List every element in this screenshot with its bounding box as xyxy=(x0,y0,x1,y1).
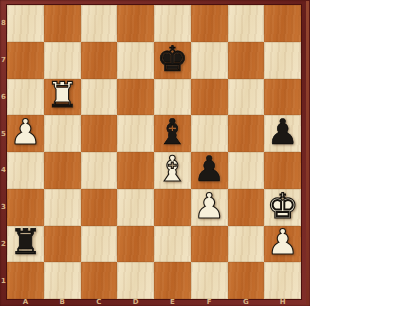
piece-white-pawn-f3[interactable]: ♟ xyxy=(193,189,224,224)
square-f1[interactable] xyxy=(191,262,228,299)
rank-label-2: 2 xyxy=(0,226,7,263)
file-label-E: E xyxy=(154,297,191,306)
square-d4[interactable] xyxy=(117,152,154,189)
piece-black-pawn-h5[interactable]: ♟ xyxy=(267,115,298,150)
square-g1[interactable] xyxy=(228,262,265,299)
square-d5[interactable] xyxy=(117,115,154,152)
square-h6[interactable] xyxy=(264,79,301,116)
square-g6[interactable] xyxy=(228,79,265,116)
square-e6[interactable] xyxy=(154,79,191,116)
square-c6[interactable] xyxy=(81,79,118,116)
square-f4[interactable]: ♟ xyxy=(191,152,228,189)
square-g2[interactable] xyxy=(228,226,265,263)
square-a8[interactable] xyxy=(7,5,44,42)
square-g4[interactable] xyxy=(228,152,265,189)
square-a3[interactable] xyxy=(7,189,44,226)
square-b5[interactable] xyxy=(44,115,81,152)
square-h4[interactable] xyxy=(264,152,301,189)
square-c8[interactable] xyxy=(81,5,118,42)
square-f2[interactable] xyxy=(191,226,228,263)
file-label-F: F xyxy=(191,297,228,306)
square-b2[interactable] xyxy=(44,226,81,263)
piece-white-bishop-e4[interactable]: ♝ xyxy=(157,152,188,187)
piece-black-rook-a2[interactable]: ♜ xyxy=(10,226,41,261)
square-c3[interactable] xyxy=(81,189,118,226)
piece-white-pawn-h2[interactable]: ♟ xyxy=(267,226,298,261)
square-e7[interactable]: ♚ xyxy=(154,42,191,79)
rank-label-1: 1 xyxy=(0,262,7,299)
square-h2[interactable]: ♟ xyxy=(264,226,301,263)
square-d8[interactable] xyxy=(117,5,154,42)
square-h8[interactable] xyxy=(264,5,301,42)
rank-label-7: 7 xyxy=(0,42,7,79)
square-d7[interactable] xyxy=(117,42,154,79)
square-h5[interactable]: ♟ xyxy=(264,115,301,152)
square-d6[interactable] xyxy=(117,79,154,116)
square-e3[interactable] xyxy=(154,189,191,226)
square-h7[interactable] xyxy=(264,42,301,79)
square-d2[interactable] xyxy=(117,226,154,263)
square-b1[interactable] xyxy=(44,262,81,299)
square-a5[interactable]: ♟ xyxy=(7,115,44,152)
square-f8[interactable] xyxy=(191,5,228,42)
rank-label-3: 3 xyxy=(0,189,7,226)
square-c7[interactable] xyxy=(81,42,118,79)
file-labels: ABCDEFGH xyxy=(7,297,301,306)
square-f7[interactable] xyxy=(191,42,228,79)
square-a7[interactable] xyxy=(7,42,44,79)
square-c1[interactable] xyxy=(81,262,118,299)
square-c5[interactable] xyxy=(81,115,118,152)
square-f3[interactable]: ♟ xyxy=(191,189,228,226)
square-a2[interactable]: ♜ xyxy=(7,226,44,263)
square-e2[interactable] xyxy=(154,226,191,263)
square-g7[interactable] xyxy=(228,42,265,79)
file-label-B: B xyxy=(44,297,81,306)
square-c4[interactable] xyxy=(81,152,118,189)
square-b3[interactable] xyxy=(44,189,81,226)
square-b8[interactable] xyxy=(44,5,81,42)
file-label-G: G xyxy=(228,297,265,306)
square-c2[interactable] xyxy=(81,226,118,263)
rank-label-5: 5 xyxy=(0,115,7,152)
square-a4[interactable] xyxy=(7,152,44,189)
piece-black-pawn-f4[interactable]: ♟ xyxy=(193,152,224,187)
square-f5[interactable] xyxy=(191,115,228,152)
square-e1[interactable] xyxy=(154,262,191,299)
rank-label-8: 8 xyxy=(0,5,7,42)
piece-white-pawn-a5[interactable]: ♟ xyxy=(10,115,41,150)
piece-black-bishop-e5[interactable]: ♝ xyxy=(157,115,188,150)
square-g5[interactable] xyxy=(228,115,265,152)
square-h1[interactable] xyxy=(264,262,301,299)
piece-white-rook-b6[interactable]: ♜ xyxy=(46,79,77,114)
file-label-A: A xyxy=(7,297,44,306)
square-f6[interactable] xyxy=(191,79,228,116)
square-d1[interactable] xyxy=(117,262,154,299)
piece-black-king-e7[interactable]: ♚ xyxy=(157,42,188,77)
square-e4[interactable]: ♝ xyxy=(154,152,191,189)
square-b7[interactable] xyxy=(44,42,81,79)
file-label-D: D xyxy=(117,297,154,306)
rank-label-4: 4 xyxy=(0,152,7,189)
piece-white-king-h3[interactable]: ♚ xyxy=(267,189,298,224)
square-g8[interactable] xyxy=(228,5,265,42)
square-h3[interactable]: ♚ xyxy=(264,189,301,226)
file-label-H: H xyxy=(264,297,301,306)
square-a6[interactable] xyxy=(7,79,44,116)
square-b4[interactable] xyxy=(44,152,81,189)
board: ♚♜♟♝♟♝♟♟♚♜♟ xyxy=(7,5,301,299)
rank-labels: 87654321 xyxy=(0,5,7,299)
square-b6[interactable]: ♜ xyxy=(44,79,81,116)
square-e5[interactable]: ♝ xyxy=(154,115,191,152)
square-d3[interactable] xyxy=(117,189,154,226)
file-label-C: C xyxy=(81,297,118,306)
rank-label-6: 6 xyxy=(0,79,7,116)
chessboard-frame: 87654321 ♚♜♟♝♟♝♟♟♚♜♟ ABCDEFGH xyxy=(0,0,310,306)
square-g3[interactable] xyxy=(228,189,265,226)
square-e8[interactable] xyxy=(154,5,191,42)
square-a1[interactable] xyxy=(7,262,44,299)
